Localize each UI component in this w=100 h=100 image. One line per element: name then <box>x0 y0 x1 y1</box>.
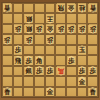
shogi-piece[interactable]: 歩 <box>77 24 86 34</box>
shogi-piece[interactable]: 歩 <box>35 24 44 34</box>
piece-glyph: 銀 <box>25 68 32 75</box>
shogi-piece[interactable]: 歩 <box>13 24 22 34</box>
board-cell[interactable] <box>13 3 24 13</box>
board-cell[interactable]: 銀 <box>23 24 34 34</box>
board-cell[interactable] <box>77 13 88 23</box>
board-cell[interactable] <box>34 13 45 23</box>
board-cell[interactable]: 金 <box>45 87 56 97</box>
board-cell[interactable] <box>55 76 66 86</box>
board-cell[interactable]: 歩 <box>66 24 77 34</box>
board-cell[interactable]: 歩 <box>13 24 24 34</box>
piece-glyph: 歩 <box>89 25 96 32</box>
board-cell[interactable]: 歩 <box>66 55 77 65</box>
board-cell[interactable] <box>45 45 56 55</box>
board-cell[interactable] <box>23 3 34 13</box>
piece-glyph: 歩 <box>36 68 43 75</box>
piece-glyph: 歩 <box>47 68 54 75</box>
shogi-piece[interactable]: 金 <box>77 77 86 87</box>
board-cell[interactable] <box>77 87 88 97</box>
board-cell[interactable] <box>13 13 24 23</box>
piece-glyph: 歩 <box>68 25 75 32</box>
board-cell[interactable] <box>77 55 88 65</box>
board-cell[interactable] <box>87 13 98 23</box>
board-frame: 香飛金桂香銀王歩銀歩金歩歩歩歩歩歩歩歩玉飛歩角歩銀歩歩馬歩歩金香金香 <box>0 0 100 100</box>
shogi-piece[interactable]: 香 <box>88 3 97 13</box>
board-cell[interactable]: 金 <box>66 3 77 13</box>
shogi-piece[interactable]: 金 <box>45 24 54 34</box>
board-cell[interactable] <box>45 55 56 65</box>
piece-glyph: 歩 <box>79 68 86 75</box>
board-cell[interactable]: 金 <box>45 24 56 34</box>
shogi-piece[interactable]: 歩 <box>45 35 54 45</box>
piece-glyph: 玉 <box>79 47 86 54</box>
board-cell[interactable] <box>13 66 24 76</box>
shogi-piece[interactable]: 香 <box>88 87 97 97</box>
shogi-piece[interactable]: 歩 <box>45 66 54 76</box>
board-cell[interactable]: 歩 <box>77 66 88 76</box>
piece-glyph: 歩 <box>25 58 32 65</box>
board-cell[interactable] <box>66 87 77 97</box>
board-cell[interactable]: 香 <box>87 3 98 13</box>
shogi-piece[interactable]: 歩 <box>88 66 97 76</box>
shogi-piece[interactable]: 飛 <box>56 3 65 13</box>
board-cell[interactable]: 金 <box>77 76 88 86</box>
piece-glyph: 王 <box>47 15 54 22</box>
board-cell[interactable] <box>77 34 88 44</box>
board-cell[interactable]: 歩 <box>23 55 34 65</box>
piece-glyph: 金 <box>47 25 54 32</box>
board-cell[interactable] <box>45 3 56 13</box>
shogi-piece[interactable]: 銀 <box>24 66 33 76</box>
shogi-piece[interactable]: 桂 <box>77 3 86 13</box>
piece-glyph: 馬 <box>57 67 64 74</box>
board-cell[interactable] <box>66 66 77 76</box>
shogi-piece[interactable]: 飛 <box>13 56 22 66</box>
board-cell[interactable] <box>66 76 77 86</box>
piece-glyph: 銀 <box>25 15 32 22</box>
shogi-piece[interactable]: 金 <box>45 87 54 97</box>
piece-glyph: 歩 <box>89 68 96 75</box>
piece-glyph: 歩 <box>36 25 43 32</box>
board-cell[interactable] <box>55 13 66 23</box>
board-cell[interactable] <box>34 3 45 13</box>
piece-glyph: 金 <box>79 79 86 86</box>
board-cell[interactable]: 歩 <box>77 24 88 34</box>
shogi-piece[interactable]: 歩 <box>3 35 12 45</box>
piece-glyph: 香 <box>89 4 96 11</box>
shogi-piece[interactable]: 歩 <box>67 56 76 66</box>
board-cell[interactable]: 角 <box>34 55 45 65</box>
board-cell[interactable] <box>23 45 34 55</box>
board-cell[interactable]: 歩 <box>34 66 45 76</box>
board-cell[interactable]: 歩 <box>34 24 45 34</box>
board-cell[interactable]: 歩 <box>87 66 98 76</box>
board-cell[interactable] <box>55 34 66 44</box>
board-cell[interactable] <box>2 66 13 76</box>
board-cell[interactable] <box>23 76 34 86</box>
board-cell[interactable] <box>2 55 13 65</box>
shogi-piece[interactable]: 歩 <box>24 35 33 45</box>
board-cell[interactable] <box>13 34 24 44</box>
board-cell[interactable]: 歩 <box>23 34 34 44</box>
board-cell[interactable]: 桂 <box>77 3 88 13</box>
board-cell[interactable]: 香 <box>2 3 13 13</box>
piece-glyph: 歩 <box>68 58 75 65</box>
shogi-piece[interactable]: 香 <box>3 87 12 97</box>
piece-glyph: 歩 <box>4 36 11 43</box>
board-cell[interactable]: 香 <box>2 87 13 97</box>
board-cell[interactable] <box>2 13 13 23</box>
board-cell[interactable] <box>55 55 66 65</box>
shogi-piece[interactable]: 玉 <box>77 45 86 55</box>
board-cell[interactable]: 歩 <box>45 34 56 44</box>
piece-glyph: 歩 <box>15 47 22 54</box>
piece-glyph: 金 <box>47 89 54 96</box>
piece-glyph: 香 <box>4 4 11 11</box>
board-cell[interactable]: 飛 <box>13 55 24 65</box>
board-cell[interactable]: 王 <box>45 13 56 23</box>
board-cell[interactable] <box>34 76 45 86</box>
board-cell[interactable]: 銀 <box>23 13 34 23</box>
piece-glyph: 銀 <box>25 25 32 32</box>
shogi-piece[interactable]: 歩 <box>67 24 76 34</box>
board-cell[interactable] <box>13 87 24 97</box>
shogi-piece[interactable]: 香 <box>3 3 12 13</box>
piece-glyph: 歩 <box>25 36 32 43</box>
board-cell[interactable]: 歩 <box>55 24 66 34</box>
shogi-piece[interactable]: 銀 <box>24 24 33 34</box>
board-cell[interactable] <box>2 24 13 34</box>
board-cell[interactable] <box>66 13 77 23</box>
piece-glyph: 香 <box>4 89 11 96</box>
board-cell[interactable] <box>45 76 56 86</box>
board-cell[interactable] <box>34 45 45 55</box>
board-cell[interactable]: 飛 <box>55 3 66 13</box>
board-cell[interactable] <box>55 87 66 97</box>
board-cell[interactable]: 歩 <box>45 66 56 76</box>
board-cell[interactable]: 歩 <box>2 34 13 44</box>
piece-glyph: 飛 <box>57 4 64 11</box>
piece-glyph: 歩 <box>47 36 54 43</box>
board-cell[interactable]: 馬 <box>55 66 66 76</box>
piece-glyph: 角 <box>36 58 43 65</box>
board-cell[interactable]: 歩 <box>13 45 24 55</box>
board-cell[interactable]: 歩 <box>87 24 98 34</box>
board-cell[interactable] <box>13 76 24 86</box>
board-cell[interactable]: 香 <box>87 87 98 97</box>
shogi-piece[interactable]: 歩 <box>88 24 97 34</box>
piece-glyph: 歩 <box>15 25 22 32</box>
shogi-piece[interactable]: 角 <box>35 56 44 66</box>
shogi-board: 香飛金桂香銀王歩銀歩金歩歩歩歩歩歩歩歩玉飛歩角歩銀歩歩馬歩歩金香金香 <box>1 2 99 98</box>
board-cell[interactable] <box>66 45 77 55</box>
shogi-piece[interactable]: 王 <box>45 14 54 24</box>
board-cell[interactable] <box>23 87 34 97</box>
board-cell[interactable] <box>2 76 13 86</box>
piece-glyph: 歩 <box>57 25 64 32</box>
shogi-piece[interactable]: 歩 <box>77 66 86 76</box>
board-cell[interactable] <box>55 45 66 55</box>
board-cell[interactable] <box>34 34 45 44</box>
piece-glyph: 飛 <box>15 58 22 65</box>
board-cell[interactable] <box>87 55 98 65</box>
board-cell[interactable] <box>87 45 98 55</box>
board-cell[interactable]: 玉 <box>77 45 88 55</box>
board-cell[interactable] <box>66 34 77 44</box>
shogi-piece[interactable]: 馬 <box>56 66 65 76</box>
shogi-piece[interactable]: 歩 <box>56 24 65 34</box>
board-cell[interactable] <box>2 45 13 55</box>
shogi-piece[interactable]: 歩 <box>13 45 22 55</box>
shogi-piece[interactable]: 銀 <box>24 14 33 24</box>
piece-glyph: 桂 <box>79 4 86 11</box>
shogi-piece[interactable]: 歩 <box>24 56 33 66</box>
shogi-piece[interactable]: 金 <box>67 3 76 13</box>
shogi-piece[interactable]: 歩 <box>35 66 44 76</box>
board-cell[interactable] <box>87 76 98 86</box>
board-cell[interactable] <box>87 34 98 44</box>
piece-glyph: 金 <box>68 4 75 11</box>
board-cell[interactable]: 銀 <box>23 66 34 76</box>
piece-glyph: 香 <box>89 89 96 96</box>
board-cell[interactable] <box>34 87 45 97</box>
piece-glyph: 歩 <box>79 25 86 32</box>
